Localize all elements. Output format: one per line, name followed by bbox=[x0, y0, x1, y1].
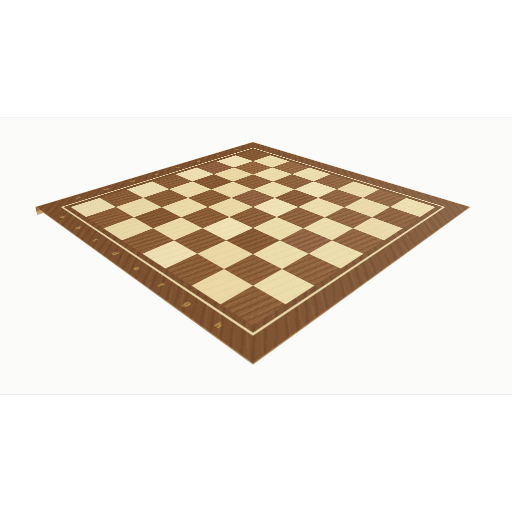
photo-canvas: 87654321abcdefgh bbox=[0, 0, 512, 512]
square-f3 bbox=[227, 228, 279, 254]
square-h6 bbox=[353, 217, 403, 240]
square-g3 bbox=[253, 240, 308, 268]
rank-label-2: 2 bbox=[102, 188, 110, 191]
board-scene: 87654321abcdefgh bbox=[99, 53, 407, 361]
square-h5 bbox=[332, 228, 384, 254]
file-label-f: f bbox=[155, 283, 165, 289]
square-f2 bbox=[198, 240, 253, 268]
square-h2 bbox=[253, 269, 315, 305]
square-e2 bbox=[174, 228, 226, 254]
rank-label-8: 8 bbox=[233, 149, 239, 151]
file-label-h: h bbox=[211, 321, 224, 329]
square-h4 bbox=[308, 240, 363, 268]
square-d2 bbox=[153, 217, 203, 240]
square-d3 bbox=[181, 207, 229, 228]
rank-label-7: 7 bbox=[215, 154, 222, 156]
playing-field bbox=[71, 150, 436, 326]
rank-label-4: 4 bbox=[152, 173, 159, 176]
square-f5 bbox=[277, 207, 325, 228]
file-label-c: c bbox=[91, 238, 101, 242]
chessboard: 87654321abcdefgh bbox=[35, 142, 471, 365]
file-label-e: e bbox=[131, 266, 142, 272]
rank-label-1: 1 bbox=[74, 196, 83, 199]
square-h7 bbox=[372, 207, 420, 228]
square-h3 bbox=[282, 254, 340, 286]
rank-label-5: 5 bbox=[175, 166, 182, 168]
square-h1 bbox=[220, 285, 286, 325]
rank-label-6: 6 bbox=[195, 160, 202, 162]
square-c2 bbox=[134, 207, 182, 228]
square-g4 bbox=[279, 228, 331, 254]
file-label-b: b bbox=[73, 226, 83, 230]
square-g1 bbox=[191, 269, 253, 305]
square-d1 bbox=[122, 228, 174, 254]
square-g6 bbox=[325, 207, 373, 228]
square-f1 bbox=[165, 254, 223, 286]
square-c1 bbox=[103, 217, 153, 240]
file-label-d: d bbox=[110, 251, 121, 256]
rank-label-3: 3 bbox=[128, 180, 136, 183]
square-f4 bbox=[253, 217, 303, 240]
square-g2 bbox=[224, 254, 282, 286]
square-e4 bbox=[229, 207, 277, 228]
file-label-g: g bbox=[181, 300, 193, 307]
square-e1 bbox=[142, 240, 197, 268]
square-b1 bbox=[86, 207, 134, 228]
file-label-a: a bbox=[58, 215, 67, 219]
square-g5 bbox=[303, 217, 353, 240]
square-e3 bbox=[203, 217, 253, 240]
